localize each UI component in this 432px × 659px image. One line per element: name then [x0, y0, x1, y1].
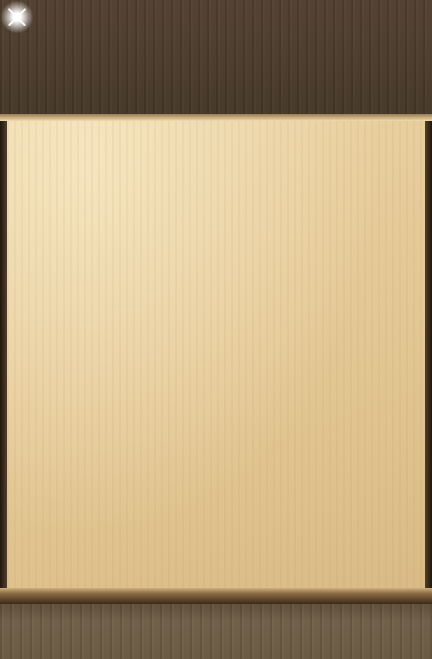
status-bar [0, 604, 432, 659]
board-bevel-bottom [0, 588, 432, 604]
board-edge-left [0, 121, 7, 588]
challenge-stats-panel [0, 0, 432, 114]
move-counter [15, 617, 22, 640]
board-edge-right [425, 121, 432, 588]
xiangqi-board[interactable] [0, 114, 432, 604]
